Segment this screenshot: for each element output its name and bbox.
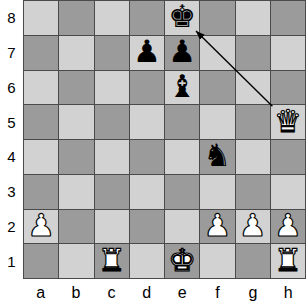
square-e2[interactable] [165,210,199,244]
square-a5[interactable] [24,105,58,139]
square-d8[interactable] [130,1,164,35]
square-d6[interactable] [130,71,164,105]
square-d4[interactable] [130,140,164,174]
square-e5[interactable] [165,105,199,139]
square-b5[interactable] [59,105,93,139]
square-a8[interactable] [24,1,58,35]
square-f1[interactable] [200,244,234,278]
square-g1[interactable] [236,244,270,278]
square-g7[interactable] [236,36,270,70]
square-b2[interactable] [59,210,93,244]
square-h4[interactable] [271,140,305,174]
file-label-a: a [23,279,58,306]
square-e7[interactable]: ♟ [165,36,199,70]
square-c5[interactable] [95,105,129,139]
file-label-e: e [165,279,200,306]
square-c7[interactable] [95,36,129,70]
square-d2[interactable] [130,210,164,244]
square-c1[interactable]: ♜ [95,244,129,278]
square-h5[interactable]: ♛ [271,105,305,139]
square-e3[interactable] [165,175,199,209]
rank-label-2: 2 [0,209,23,244]
square-e6[interactable]: ♝ [165,71,199,105]
square-a2[interactable]: ♟ [24,210,58,244]
file-label-f: f [200,279,235,306]
chessboard: ♚♟♟♝♛♞♟♟♟♟♜♚♜ [23,0,306,279]
white-pawn[interactable]: ♟ [239,210,267,241]
white-queen[interactable]: ♛ [274,106,302,137]
black-knight[interactable]: ♞ [203,140,231,171]
square-a1[interactable] [24,244,58,278]
square-c4[interactable] [95,140,129,174]
black-king[interactable]: ♚ [168,1,196,32]
rank-label-8: 8 [0,0,23,35]
file-labels: abcdefgh [23,279,306,306]
white-pawn[interactable]: ♟ [203,210,231,241]
square-e4[interactable] [165,140,199,174]
square-f7[interactable] [200,36,234,70]
square-b4[interactable] [59,140,93,174]
square-d1[interactable] [130,244,164,278]
square-b1[interactable] [59,244,93,278]
rank-label-7: 7 [0,35,23,70]
rank-label-1: 1 [0,244,23,279]
square-h3[interactable] [271,175,305,209]
square-g3[interactable] [236,175,270,209]
file-label-h: h [271,279,306,306]
rank-label-3: 3 [0,174,23,209]
square-g2[interactable]: ♟ [236,210,270,244]
square-g5[interactable] [236,105,270,139]
square-c6[interactable] [95,71,129,105]
square-a4[interactable] [24,140,58,174]
file-label-b: b [58,279,93,306]
square-g4[interactable] [236,140,270,174]
square-a6[interactable] [24,71,58,105]
square-d7[interactable]: ♟ [130,36,164,70]
black-pawn[interactable]: ♟ [133,36,161,67]
white-pawn[interactable]: ♟ [27,210,55,241]
square-h8[interactable] [271,1,305,35]
square-h7[interactable] [271,36,305,70]
square-h1[interactable]: ♜ [271,244,305,278]
file-label-c: c [94,279,129,306]
rank-label-5: 5 [0,105,23,140]
square-c8[interactable] [95,1,129,35]
chess-diagram: ♚♟♟♝♛♞♟♟♟♟♜♚♜ 87654321 abcdefgh [0,0,306,306]
rank-labels: 87654321 [0,0,23,279]
file-label-g: g [235,279,270,306]
square-f8[interactable] [200,1,234,35]
square-f6[interactable] [200,71,234,105]
square-f2[interactable]: ♟ [200,210,234,244]
square-h2[interactable]: ♟ [271,210,305,244]
white-pawn[interactable]: ♟ [274,210,302,241]
white-rook[interactable]: ♜ [274,245,302,276]
square-g8[interactable] [236,1,270,35]
square-f5[interactable] [200,105,234,139]
square-e1[interactable]: ♚ [165,244,199,278]
square-b7[interactable] [59,36,93,70]
square-b8[interactable] [59,1,93,35]
white-rook[interactable]: ♜ [98,245,126,276]
square-c2[interactable] [95,210,129,244]
square-g6[interactable] [236,71,270,105]
square-a7[interactable] [24,36,58,70]
square-d5[interactable] [130,105,164,139]
square-e8[interactable]: ♚ [165,1,199,35]
black-pawn[interactable]: ♟ [168,36,196,67]
white-king[interactable]: ♚ [168,245,196,276]
black-bishop[interactable]: ♝ [168,71,196,102]
square-b6[interactable] [59,71,93,105]
square-d3[interactable] [130,175,164,209]
square-b3[interactable] [59,175,93,209]
square-f4[interactable]: ♞ [200,140,234,174]
square-a3[interactable] [24,175,58,209]
square-c3[interactable] [95,175,129,209]
square-f3[interactable] [200,175,234,209]
file-label-d: d [129,279,164,306]
rank-label-4: 4 [0,140,23,175]
rank-label-6: 6 [0,70,23,105]
square-h6[interactable] [271,71,305,105]
